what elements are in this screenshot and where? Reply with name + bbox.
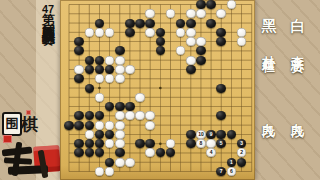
black-stone	[227, 130, 237, 139]
black-stone	[206, 0, 216, 9]
white-stone-move-8: 8	[196, 139, 206, 148]
white-stone	[115, 121, 125, 130]
white-stone	[186, 56, 196, 65]
black-color-label: 黑	[259, 6, 278, 8]
white-stone-move-10: 10	[196, 130, 206, 139]
black-stone	[206, 19, 216, 28]
white-stone	[227, 0, 237, 9]
logo-qi-character: 棋	[21, 113, 37, 137]
left-panel: 第47届韩国名人战决赛三 围 棋	[0, 0, 60, 180]
white-stone	[237, 28, 247, 37]
black-stone	[196, 56, 206, 65]
white-player-name: 李志贤	[288, 45, 306, 51]
white-stone	[125, 65, 135, 74]
black-stone	[125, 28, 135, 37]
hoshi-point	[159, 87, 162, 90]
black-stone	[115, 102, 125, 111]
video-thumbnail: 第47届韩国名人战决赛三 围 棋 10985342176 黑 白 朴廷桓 李志贤…	[0, 0, 320, 180]
white-stone	[115, 111, 125, 120]
white-stone	[186, 28, 196, 37]
black-stone	[85, 65, 95, 74]
black-stone	[85, 56, 95, 65]
red-seal-stamp-small	[26, 110, 31, 115]
black-stone	[216, 84, 226, 93]
black-stone	[216, 28, 226, 37]
black-stone	[95, 19, 105, 28]
title-character: 三	[41, 22, 56, 23]
hoshi-point	[98, 87, 101, 90]
white-stone	[196, 37, 206, 46]
black-stone	[95, 65, 105, 74]
hoshi-point	[159, 142, 162, 145]
black-stone	[135, 139, 145, 148]
black-stone	[186, 65, 196, 74]
black-stone	[145, 19, 155, 28]
black-stone	[105, 158, 115, 167]
black-stone-move-7: 7	[216, 167, 226, 176]
black-stone	[95, 56, 105, 65]
white-stone	[105, 121, 115, 130]
black-stone	[95, 130, 105, 139]
white-stone	[115, 139, 125, 148]
white-stone	[115, 74, 125, 83]
black-stone	[125, 102, 135, 111]
black-stone	[186, 19, 196, 28]
white-stone	[95, 93, 105, 102]
white-stone-move-6: 6	[227, 167, 237, 176]
white-stone	[105, 28, 115, 37]
title-character: 47	[42, 3, 54, 14]
white-stone	[125, 158, 135, 167]
black-stone	[125, 19, 135, 28]
white-stone	[115, 56, 125, 65]
white-stone	[115, 130, 125, 139]
white-stone	[145, 28, 155, 37]
black-stone	[156, 37, 166, 46]
black-stone	[156, 28, 166, 37]
black-stone-move-1: 1	[227, 158, 237, 167]
white-stone	[135, 93, 145, 102]
black-stone	[74, 37, 84, 46]
white-stone	[186, 37, 196, 46]
white-color-label: 白	[288, 6, 307, 8]
white-player-rank: 九段	[288, 112, 306, 116]
white-stone	[115, 158, 125, 167]
black-stone	[176, 19, 186, 28]
black-stone	[64, 121, 74, 130]
logo-wei-character: 围	[2, 112, 22, 136]
white-stone	[186, 9, 196, 18]
go-board: 10985342176	[60, 0, 255, 180]
white-stone	[145, 121, 155, 130]
black-stone	[85, 84, 95, 93]
white-stone	[95, 121, 105, 130]
black-stone	[135, 19, 145, 28]
black-stone	[115, 46, 125, 55]
black-player-name: 朴廷桓	[259, 45, 277, 51]
black-stone	[186, 139, 196, 148]
white-stone	[85, 130, 95, 139]
black-stone	[186, 130, 196, 139]
white-stone	[74, 65, 84, 74]
black-player-rank: 九段	[259, 112, 277, 116]
black-stone	[74, 121, 84, 130]
white-stone	[196, 9, 206, 18]
black-stone	[237, 158, 247, 167]
red-seal-stamp	[3, 135, 12, 143]
weiqi-logo: 围 棋	[2, 110, 38, 142]
white-stone	[95, 28, 105, 37]
white-stone	[115, 65, 125, 74]
white-stone	[85, 28, 95, 37]
black-stone	[196, 0, 206, 9]
black-stone	[216, 130, 226, 139]
white-stone	[105, 56, 115, 65]
black-stone	[85, 121, 95, 130]
black-stone-move-9: 9	[206, 130, 216, 139]
